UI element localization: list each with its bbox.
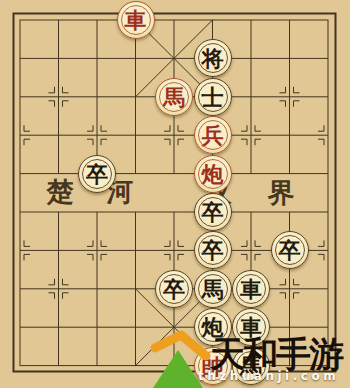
piece-black-chariot[interactable]: 車 — [232, 270, 270, 308]
piece-black-soldier[interactable]: 卒 — [155, 270, 193, 308]
piece-red-general[interactable]: 帥 — [194, 347, 232, 385]
piece-black-general[interactable]: 将 — [194, 39, 232, 77]
piece-red-cannon[interactable]: 炮 — [194, 155, 232, 193]
piece-black-chariot[interactable]: 車 — [232, 308, 270, 346]
piece-red-soldier[interactable]: 兵 — [194, 116, 232, 154]
piece-black-soldier[interactable]: 卒 — [194, 231, 232, 269]
piece-black-soldier[interactable]: 卒 — [78, 155, 116, 193]
piece-black-horse[interactable]: 馬 — [194, 270, 232, 308]
piece-black-soldier[interactable]: 卒 — [194, 193, 232, 231]
river-label: 楚 — [47, 174, 74, 210]
piece-red-horse[interactable]: 馬 — [155, 78, 193, 116]
piece-black-advisor[interactable]: 士 — [194, 78, 232, 116]
piece-black-horse[interactable]: 馬 — [232, 347, 270, 385]
piece-red-chariot[interactable]: 車 — [117, 1, 155, 39]
river-label: 界 — [268, 175, 295, 211]
piece-black-soldier[interactable]: 卒 — [271, 231, 309, 269]
xiangqi-board-screen: 楚河汉界 車将馬士兵卒炮卒卒卒卒馬車炮車帥馬 天和手游 thzhuanji.co… — [0, 0, 350, 388]
piece-black-cannon[interactable]: 炮 — [194, 308, 232, 346]
